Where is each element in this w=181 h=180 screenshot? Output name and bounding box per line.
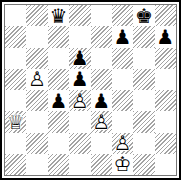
square-h6[interactable] (155, 48, 176, 69)
square-g3[interactable] (133, 111, 154, 132)
square-a8[interactable] (5, 5, 26, 26)
square-e8[interactable] (91, 5, 112, 26)
white-pawn-glyph: ♙ (28, 69, 46, 89)
square-f8[interactable] (112, 5, 133, 26)
black-pawn-f7[interactable]: ♟ (112, 26, 133, 47)
square-f4[interactable] (112, 90, 133, 111)
white-king-fill-glyph: ♚ (114, 154, 132, 174)
black-pawn-c4[interactable]: ♟ (48, 90, 69, 111)
square-d4[interactable]: ♟♙ (69, 90, 90, 111)
square-e1[interactable] (91, 154, 112, 175)
square-e7[interactable] (91, 26, 112, 47)
square-g6[interactable] (133, 48, 154, 69)
square-b1[interactable] (26, 154, 47, 175)
square-c3[interactable] (48, 111, 69, 132)
square-a5[interactable] (5, 69, 26, 90)
white-pawn-fill-glyph: ♟ (28, 69, 46, 89)
square-g1[interactable] (133, 154, 154, 175)
black-pawn-h7[interactable]: ♟ (155, 26, 176, 47)
square-h7[interactable]: ♟ (155, 26, 176, 47)
square-f6[interactable] (112, 48, 133, 69)
square-a3[interactable]: ♛♕ (5, 111, 26, 132)
square-e4[interactable]: ♟ (91, 90, 112, 111)
square-d6[interactable]: ♟ (69, 48, 90, 69)
white-pawn-e3[interactable]: ♟♙ (91, 111, 112, 132)
square-d1[interactable] (69, 154, 90, 175)
square-e5[interactable] (91, 69, 112, 90)
square-d7[interactable] (69, 26, 90, 47)
square-e3[interactable]: ♟♙ (91, 111, 112, 132)
square-c8[interactable]: ♛ (48, 5, 69, 26)
black-pawn-d5[interactable]: ♟ (69, 69, 90, 90)
square-f2[interactable]: ♟♙ (112, 133, 133, 154)
square-c7[interactable] (48, 26, 69, 47)
black-queen-c8[interactable]: ♛ (48, 5, 69, 26)
black-pawn-glyph: ♟ (71, 69, 89, 89)
white-pawn-glyph: ♙ (71, 90, 89, 110)
black-king-g8[interactable]: ♚ (133, 5, 154, 26)
white-pawn-glyph: ♙ (92, 111, 110, 131)
square-b6[interactable] (26, 48, 47, 69)
square-e2[interactable] (91, 133, 112, 154)
square-c4[interactable]: ♟ (48, 90, 69, 111)
white-king-f1[interactable]: ♚♔ (112, 154, 133, 175)
square-b2[interactable] (26, 133, 47, 154)
black-king-glyph: ♚ (135, 5, 153, 25)
square-c5[interactable] (48, 69, 69, 90)
square-c1[interactable] (48, 154, 69, 175)
chess-diagram-frame: ♛♚♟♟♟♟♙♟♟♟♙♟♛♕♟♙♟♙♚♔ (0, 0, 181, 180)
square-h1[interactable] (155, 154, 176, 175)
square-g8[interactable]: ♚ (133, 5, 154, 26)
white-pawn-fill-glyph: ♟ (114, 133, 132, 153)
black-pawn-glyph: ♟ (71, 48, 89, 68)
white-queen-a3[interactable]: ♛♕ (5, 111, 26, 132)
white-pawn-fill-glyph: ♟ (92, 111, 110, 131)
chess-board: ♛♚♟♟♟♟♙♟♟♟♙♟♛♕♟♙♟♙♚♔ (4, 4, 177, 176)
square-c2[interactable] (48, 133, 69, 154)
square-g5[interactable] (133, 69, 154, 90)
white-pawn-b5[interactable]: ♟♙ (26, 69, 47, 90)
square-g4[interactable] (133, 90, 154, 111)
black-pawn-glyph: ♟ (114, 26, 132, 46)
square-g7[interactable] (133, 26, 154, 47)
square-d8[interactable] (69, 5, 90, 26)
white-pawn-d4[interactable]: ♟♙ (69, 90, 90, 111)
square-a7[interactable] (5, 26, 26, 47)
square-h5[interactable] (155, 69, 176, 90)
square-e6[interactable] (91, 48, 112, 69)
square-g2[interactable] (133, 133, 154, 154)
square-h2[interactable] (155, 133, 176, 154)
white-queen-glyph: ♕ (7, 111, 25, 131)
square-b8[interactable] (26, 5, 47, 26)
square-h8[interactable] (155, 5, 176, 26)
square-d5[interactable]: ♟ (69, 69, 90, 90)
square-d2[interactable] (69, 133, 90, 154)
square-a6[interactable] (5, 48, 26, 69)
black-pawn-e4[interactable]: ♟ (91, 90, 112, 111)
square-c6[interactable] (48, 48, 69, 69)
square-b3[interactable] (26, 111, 47, 132)
square-f1[interactable]: ♚♔ (112, 154, 133, 175)
white-pawn-fill-glyph: ♟ (71, 90, 89, 110)
black-pawn-d6[interactable]: ♟ (69, 48, 90, 69)
square-a1[interactable] (5, 154, 26, 175)
square-b7[interactable] (26, 26, 47, 47)
white-pawn-f2[interactable]: ♟♙ (112, 133, 133, 154)
black-pawn-glyph: ♟ (156, 26, 174, 46)
black-pawn-glyph: ♟ (92, 90, 110, 110)
black-queen-glyph: ♛ (49, 5, 67, 25)
black-pawn-glyph: ♟ (49, 90, 67, 110)
square-f5[interactable] (112, 69, 133, 90)
square-d3[interactable] (69, 111, 90, 132)
white-queen-fill-glyph: ♛ (7, 111, 25, 131)
white-king-glyph: ♔ (114, 154, 132, 174)
square-f7[interactable]: ♟ (112, 26, 133, 47)
square-b5[interactable]: ♟♙ (26, 69, 47, 90)
white-pawn-glyph: ♙ (114, 133, 132, 153)
square-f3[interactable] (112, 111, 133, 132)
square-h3[interactable] (155, 111, 176, 132)
square-a4[interactable] (5, 90, 26, 111)
square-b4[interactable] (26, 90, 47, 111)
square-a2[interactable] (5, 133, 26, 154)
square-h4[interactable] (155, 90, 176, 111)
